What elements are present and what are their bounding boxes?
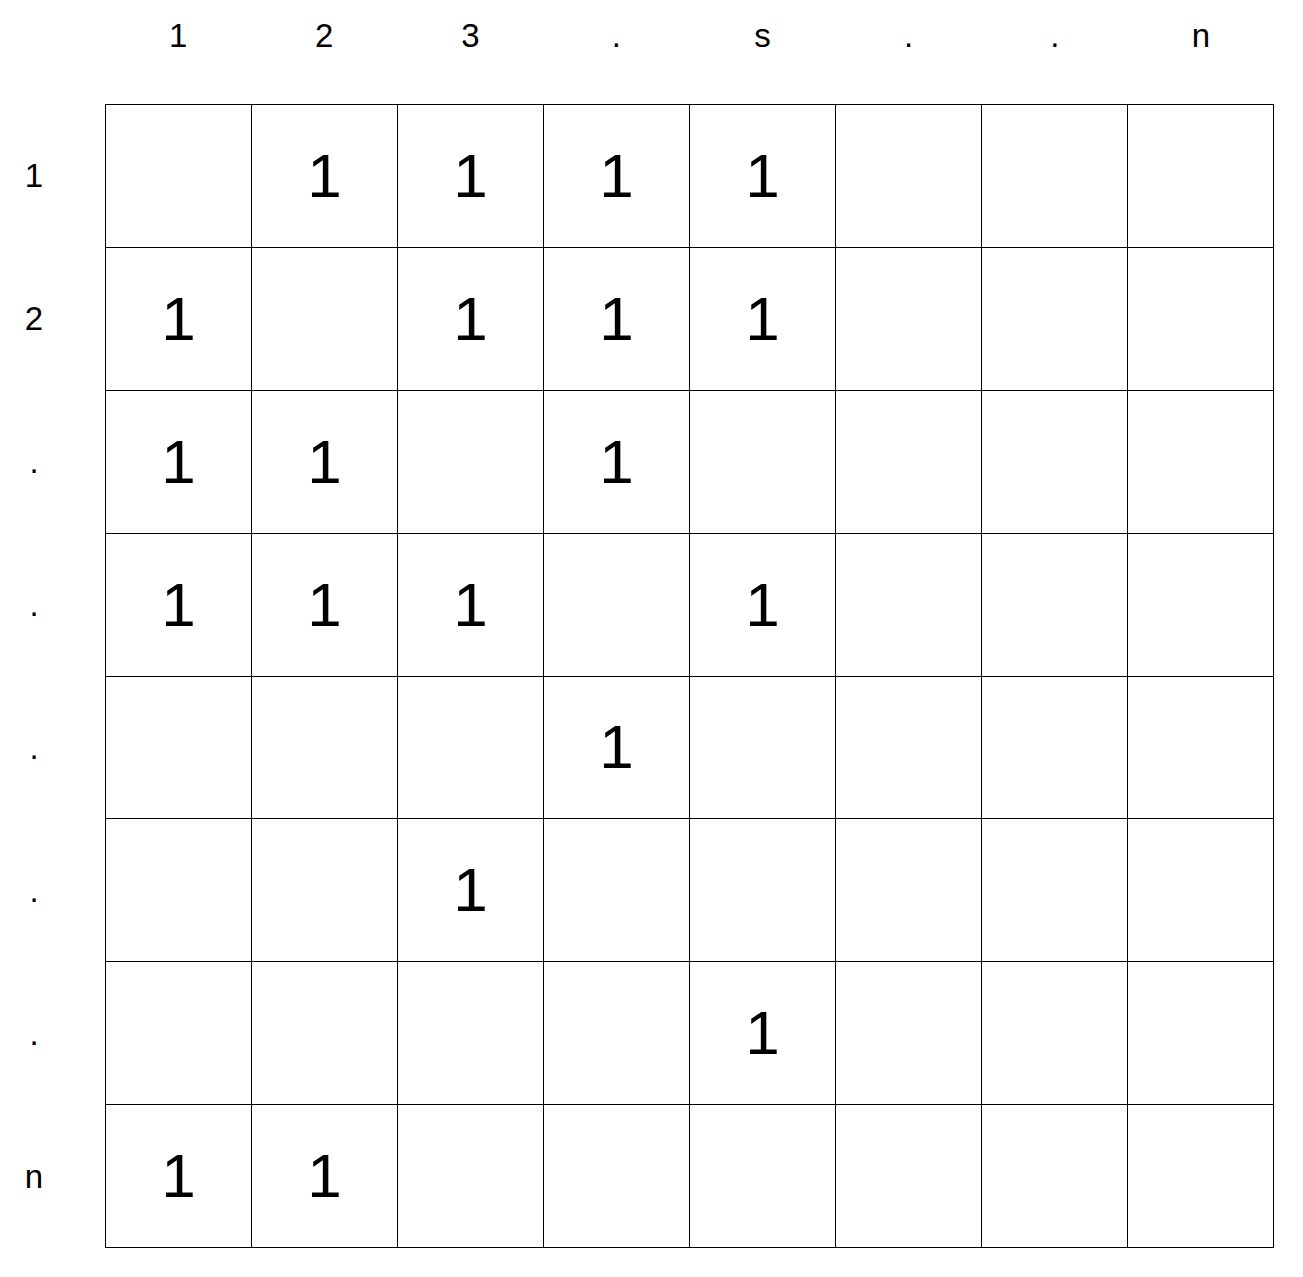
matrix-cell [398, 391, 544, 534]
matrix-cell [982, 962, 1128, 1105]
matrix-cell: 1 [252, 105, 398, 248]
matrix-cell [690, 391, 836, 534]
matrix-cell: 1 [690, 248, 836, 391]
matrix-cell [836, 962, 982, 1105]
row-label: 1 [0, 104, 68, 247]
col-label: . [543, 10, 689, 60]
matrix-cell [398, 1105, 544, 1248]
matrix-cell: 1 [398, 819, 544, 962]
matrix-cell [836, 1105, 982, 1248]
matrix-cell [1128, 534, 1274, 677]
adjacency-matrix-diagram: 123.s..n 12.....n 11111111111111111111 [0, 0, 1303, 1277]
matrix-cell [106, 819, 252, 962]
matrix-cell: 1 [544, 677, 690, 820]
matrix-cell [252, 248, 398, 391]
matrix-cell [836, 534, 982, 677]
matrix-cell [982, 248, 1128, 391]
matrix-cell: 1 [106, 1105, 252, 1248]
col-label: . [836, 10, 982, 60]
matrix-cell [836, 677, 982, 820]
matrix-cell: 1 [106, 391, 252, 534]
matrix-cell: 1 [398, 248, 544, 391]
row-label: . [0, 962, 68, 1105]
matrix-cell [836, 248, 982, 391]
matrix-cell [544, 819, 690, 962]
matrix-cell [982, 819, 1128, 962]
row-label-column: 12.....n [0, 104, 68, 1248]
row-label: n [0, 1105, 68, 1248]
matrix-cell: 1 [252, 391, 398, 534]
matrix-cell: 1 [252, 534, 398, 677]
matrix-cell: 1 [544, 248, 690, 391]
matrix-cell: 1 [544, 391, 690, 534]
matrix-cell [982, 677, 1128, 820]
col-label: 2 [251, 10, 397, 60]
matrix-cell [398, 962, 544, 1105]
matrix-cell [1128, 1105, 1274, 1248]
column-header-row: 123.s..n [105, 10, 1274, 60]
col-label: n [1128, 10, 1274, 60]
matrix-cell: 1 [252, 1105, 398, 1248]
matrix-cell [1128, 819, 1274, 962]
col-label: . [982, 10, 1128, 60]
matrix-cell [690, 819, 836, 962]
matrix-cell [544, 962, 690, 1105]
matrix-cell [106, 105, 252, 248]
matrix-cell [106, 677, 252, 820]
row-label: . [0, 533, 68, 676]
matrix-cell: 1 [106, 534, 252, 677]
matrix-cell [982, 534, 1128, 677]
matrix-cell: 1 [106, 248, 252, 391]
matrix-cell [1128, 391, 1274, 534]
matrix-cell [836, 391, 982, 534]
matrix-cell: 1 [690, 962, 836, 1105]
matrix-cell [982, 105, 1128, 248]
matrix-cell [982, 391, 1128, 534]
matrix-cell [690, 1105, 836, 1248]
matrix-cell [398, 677, 544, 820]
row-label: 2 [0, 247, 68, 390]
col-label: 1 [105, 10, 251, 60]
matrix-cell: 1 [544, 105, 690, 248]
row-label: . [0, 819, 68, 962]
col-label: 3 [397, 10, 543, 60]
matrix-cell [544, 1105, 690, 1248]
matrix-grid: 11111111111111111111 [105, 104, 1274, 1248]
matrix-cell: 1 [690, 534, 836, 677]
matrix-cell [1128, 248, 1274, 391]
matrix-cell: 1 [398, 534, 544, 677]
matrix-cell [106, 962, 252, 1105]
matrix-cell: 1 [398, 105, 544, 248]
matrix-cell [836, 105, 982, 248]
col-label: s [690, 10, 836, 60]
row-label: . [0, 676, 68, 819]
matrix-cell [544, 534, 690, 677]
matrix-cell [982, 1105, 1128, 1248]
matrix-cell [252, 962, 398, 1105]
matrix-cell [836, 819, 982, 962]
matrix-cell: 1 [690, 105, 836, 248]
row-label: . [0, 390, 68, 533]
matrix-cell [1128, 105, 1274, 248]
matrix-cell [252, 819, 398, 962]
matrix-cell [252, 677, 398, 820]
matrix-cell [1128, 962, 1274, 1105]
matrix-cell [1128, 677, 1274, 820]
matrix-cell [690, 677, 836, 820]
